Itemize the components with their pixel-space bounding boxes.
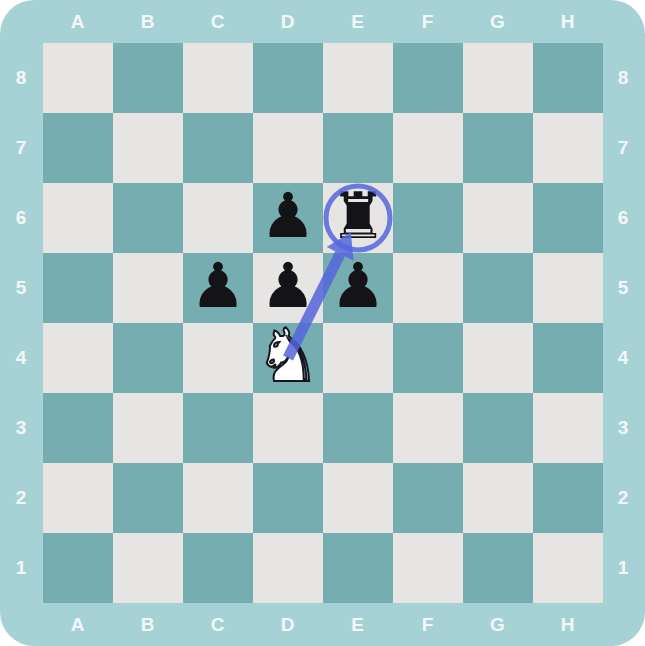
square-e8[interactable]	[323, 43, 393, 113]
square-d1[interactable]	[253, 533, 323, 603]
rank-label-7: 7	[602, 113, 645, 183]
piece-black-pawn-d6[interactable]: ♟	[253, 181, 323, 251]
square-b4[interactable]	[113, 323, 183, 393]
square-b3[interactable]	[113, 393, 183, 463]
rank-label-6: 6	[0, 183, 43, 253]
square-b8[interactable]	[113, 43, 183, 113]
square-e4[interactable]	[323, 323, 393, 393]
file-label-g: G	[463, 0, 533, 43]
piece-white-knight-d4[interactable]: ♞	[253, 320, 323, 390]
square-g4[interactable]	[463, 323, 533, 393]
rank-label-8: 8	[602, 43, 645, 113]
square-h1[interactable]	[533, 533, 603, 603]
file-label-a: A	[43, 603, 113, 646]
rank-label-1: 1	[0, 533, 43, 603]
square-h5[interactable]	[533, 253, 603, 323]
square-g1[interactable]	[463, 533, 533, 603]
square-c4[interactable]	[183, 323, 253, 393]
square-f1[interactable]	[393, 533, 463, 603]
square-b2[interactable]	[113, 463, 183, 533]
square-f5[interactable]	[393, 253, 463, 323]
square-c8[interactable]	[183, 43, 253, 113]
chess-diagram: ABCDEFGH ABCDEFGH 87654321 87654321 ♟♜♟♟…	[0, 0, 645, 646]
square-a6[interactable]	[43, 183, 113, 253]
piece-black-pawn-d5[interactable]: ♟	[253, 251, 323, 321]
square-g2[interactable]	[463, 463, 533, 533]
rank-label-2: 2	[0, 463, 43, 533]
rank-label-5: 5	[0, 253, 43, 323]
file-label-h: H	[533, 0, 603, 43]
square-b1[interactable]	[113, 533, 183, 603]
square-e5[interactable]: ♟	[323, 253, 393, 323]
square-h8[interactable]	[533, 43, 603, 113]
rank-label-2: 2	[602, 463, 645, 533]
file-label-d: D	[253, 603, 323, 646]
square-g8[interactable]	[463, 43, 533, 113]
file-labels-top: ABCDEFGH	[43, 0, 603, 43]
file-label-b: B	[113, 0, 183, 43]
rank-label-6: 6	[602, 183, 645, 253]
file-label-c: C	[183, 0, 253, 43]
file-label-c: C	[183, 603, 253, 646]
square-e3[interactable]	[323, 393, 393, 463]
square-f2[interactable]	[393, 463, 463, 533]
file-label-e: E	[323, 0, 393, 43]
square-c6[interactable]	[183, 183, 253, 253]
square-a3[interactable]	[43, 393, 113, 463]
square-f6[interactable]	[393, 183, 463, 253]
rank-label-3: 3	[602, 393, 645, 463]
square-h6[interactable]	[533, 183, 603, 253]
square-g3[interactable]	[463, 393, 533, 463]
rank-label-3: 3	[0, 393, 43, 463]
file-label-d: D	[253, 0, 323, 43]
square-c7[interactable]	[183, 113, 253, 183]
square-c1[interactable]	[183, 533, 253, 603]
file-label-a: A	[43, 0, 113, 43]
square-g6[interactable]	[463, 183, 533, 253]
square-f7[interactable]	[393, 113, 463, 183]
square-f3[interactable]	[393, 393, 463, 463]
file-label-g: G	[463, 603, 533, 646]
rank-label-5: 5	[602, 253, 645, 323]
square-c3[interactable]	[183, 393, 253, 463]
square-g7[interactable]	[463, 113, 533, 183]
square-b5[interactable]	[113, 253, 183, 323]
file-labels-bottom: ABCDEFGH	[43, 603, 603, 646]
square-d3[interactable]	[253, 393, 323, 463]
square-a7[interactable]	[43, 113, 113, 183]
square-c2[interactable]	[183, 463, 253, 533]
square-f4[interactable]	[393, 323, 463, 393]
square-e1[interactable]	[323, 533, 393, 603]
file-label-h: H	[533, 603, 603, 646]
square-h2[interactable]	[533, 463, 603, 533]
square-b6[interactable]	[113, 183, 183, 253]
file-label-e: E	[323, 603, 393, 646]
square-d6[interactable]: ♟	[253, 183, 323, 253]
chess-board: ♟♜♟♟♟♞	[43, 43, 603, 603]
rank-label-4: 4	[602, 323, 645, 393]
square-a8[interactable]	[43, 43, 113, 113]
square-a5[interactable]	[43, 253, 113, 323]
square-h4[interactable]	[533, 323, 603, 393]
rank-label-8: 8	[0, 43, 43, 113]
square-e2[interactable]	[323, 463, 393, 533]
file-label-f: F	[393, 0, 463, 43]
square-d7[interactable]	[253, 113, 323, 183]
square-h3[interactable]	[533, 393, 603, 463]
square-d2[interactable]	[253, 463, 323, 533]
piece-black-pawn-e5[interactable]: ♟	[323, 251, 393, 321]
rank-labels-right: 87654321	[602, 43, 645, 603]
square-e7[interactable]	[323, 113, 393, 183]
square-a2[interactable]	[43, 463, 113, 533]
square-h7[interactable]	[533, 113, 603, 183]
square-b7[interactable]	[113, 113, 183, 183]
square-g5[interactable]	[463, 253, 533, 323]
rank-labels-left: 87654321	[0, 43, 43, 603]
square-e6[interactable]: ♜	[323, 183, 393, 253]
square-a1[interactable]	[43, 533, 113, 603]
square-d8[interactable]	[253, 43, 323, 113]
piece-black-rook-e6[interactable]: ♜	[323, 181, 393, 251]
square-a4[interactable]	[43, 323, 113, 393]
square-d4[interactable]: ♞	[253, 323, 323, 393]
piece-black-pawn-c5[interactable]: ♟	[183, 251, 253, 321]
file-label-f: F	[393, 603, 463, 646]
rank-label-7: 7	[0, 113, 43, 183]
square-c5[interactable]: ♟	[183, 253, 253, 323]
square-f8[interactable]	[393, 43, 463, 113]
rank-label-4: 4	[0, 323, 43, 393]
rank-label-1: 1	[602, 533, 645, 603]
file-label-b: B	[113, 603, 183, 646]
